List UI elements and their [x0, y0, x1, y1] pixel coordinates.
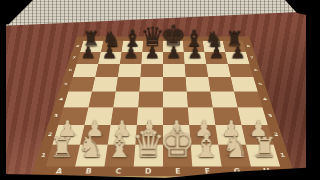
square-b4 — [88, 91, 115, 107]
square-b7 — [98, 51, 121, 63]
square-f3 — [187, 107, 215, 125]
square-c4 — [113, 91, 139, 107]
square-d2 — [135, 125, 163, 145]
square-g8 — [202, 40, 224, 51]
square-e4 — [163, 91, 188, 107]
file-label-b: B — [72, 167, 103, 176]
square-d8 — [142, 40, 163, 51]
square-e3 — [163, 107, 189, 125]
square-c6 — [117, 63, 141, 76]
square-b5 — [91, 77, 117, 91]
square-d1 — [133, 144, 162, 166]
square-e8 — [163, 40, 184, 51]
square-d3 — [136, 107, 162, 125]
square-c1 — [104, 144, 135, 166]
square-c2 — [107, 125, 136, 145]
square-c8 — [121, 40, 143, 51]
square-g3 — [212, 107, 241, 125]
square-d4 — [138, 91, 163, 107]
square-e5 — [163, 77, 187, 91]
chessboard-photo-scene: ABCDEFGH1122334455667788 ♜♞♝♛♚♝♞♜♟♟♟♟♟♟♟… — [0, 0, 320, 180]
square-g5 — [208, 77, 234, 91]
square-b1 — [74, 144, 107, 166]
square-f1 — [190, 144, 221, 166]
square-c7 — [119, 51, 142, 63]
square-f5 — [185, 77, 210, 91]
file-label-c: C — [102, 167, 133, 176]
square-g4 — [210, 91, 237, 107]
square-b2 — [79, 125, 110, 145]
square-f6 — [184, 63, 208, 76]
file-label-a: A — [42, 167, 74, 176]
square-g1 — [218, 144, 251, 166]
square-c3 — [110, 107, 138, 125]
square-f4 — [186, 91, 212, 107]
file-label-e: E — [163, 167, 193, 176]
square-g7 — [204, 51, 227, 63]
file-label-d: D — [132, 167, 162, 176]
square-b3 — [84, 107, 113, 125]
letterbox-left — [0, 0, 6, 180]
square-e2 — [163, 125, 191, 145]
square-f8 — [182, 40, 204, 51]
square-e7 — [163, 51, 185, 63]
square-b6 — [95, 63, 120, 76]
square-g2 — [215, 125, 246, 145]
letterbox-right — [306, 0, 320, 180]
square-d5 — [139, 77, 163, 91]
square-f2 — [189, 125, 218, 145]
square-c5 — [115, 77, 140, 91]
chess-board: ABCDEFGH1122334455667788 ♜♞♝♛♚♝♞♜♟♟♟♟♟♟♟… — [31, 36, 295, 176]
square-e1 — [163, 144, 192, 166]
square-d7 — [141, 51, 163, 63]
square-g6 — [206, 63, 231, 76]
square-e6 — [163, 63, 186, 76]
square-b8 — [100, 40, 122, 51]
square-d6 — [140, 63, 163, 76]
square-f7 — [183, 51, 206, 63]
